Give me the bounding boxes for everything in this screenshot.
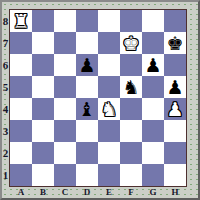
- square-f4[interactable]: [120, 98, 142, 120]
- square-f3[interactable]: [120, 120, 142, 142]
- file-label-e: E: [98, 186, 120, 198]
- square-d2[interactable]: [76, 142, 98, 164]
- square-b1[interactable]: [32, 164, 54, 186]
- file-label-g: G: [142, 186, 164, 198]
- square-h3[interactable]: [164, 120, 186, 142]
- rank-label-3: 3: [2, 120, 9, 142]
- square-b6[interactable]: [32, 54, 54, 76]
- rank-labels: 87654321: [2, 10, 9, 186]
- square-e2[interactable]: [98, 142, 120, 164]
- square-g5[interactable]: [142, 76, 164, 98]
- square-b4[interactable]: [32, 98, 54, 120]
- square-d1[interactable]: [76, 164, 98, 186]
- square-d8[interactable]: [76, 10, 98, 32]
- square-f1[interactable]: [120, 164, 142, 186]
- square-c3[interactable]: [54, 120, 76, 142]
- square-e6[interactable]: [98, 54, 120, 76]
- rank-label-5: 5: [2, 76, 9, 98]
- square-f6[interactable]: [120, 54, 142, 76]
- square-b7[interactable]: [32, 32, 54, 54]
- square-b3[interactable]: [32, 120, 54, 142]
- square-c5[interactable]: [54, 76, 76, 98]
- square-g1[interactable]: [142, 164, 164, 186]
- square-a2[interactable]: [10, 142, 32, 164]
- square-f8[interactable]: [120, 10, 142, 32]
- square-g4[interactable]: [142, 98, 164, 120]
- square-c2[interactable]: [54, 142, 76, 164]
- square-d4[interactable]: ♝: [76, 98, 98, 120]
- square-h7[interactable]: ♚: [164, 32, 186, 54]
- square-e8[interactable]: [98, 10, 120, 32]
- file-labels: ABCDEFGH: [10, 186, 186, 198]
- square-e3[interactable]: [98, 120, 120, 142]
- square-h8[interactable]: [164, 10, 186, 32]
- square-g6[interactable]: ♟: [142, 54, 164, 76]
- square-a3[interactable]: [10, 120, 32, 142]
- square-g8[interactable]: [142, 10, 164, 32]
- black-bishop[interactable]: ♝: [78, 98, 95, 120]
- white-rook[interactable]: ♜: [12, 10, 29, 32]
- square-d3[interactable]: [76, 120, 98, 142]
- rank-label-2: 2: [2, 142, 9, 164]
- black-pawn[interactable]: ♟: [166, 76, 183, 98]
- square-b2[interactable]: [32, 142, 54, 164]
- square-g2[interactable]: [142, 142, 164, 164]
- square-g3[interactable]: [142, 120, 164, 142]
- white-pawn[interactable]: ♟: [166, 98, 183, 120]
- square-g7[interactable]: [142, 32, 164, 54]
- square-c1[interactable]: [54, 164, 76, 186]
- square-h2[interactable]: [164, 142, 186, 164]
- square-a5[interactable]: [10, 76, 32, 98]
- square-d5[interactable]: [76, 76, 98, 98]
- board: ♜♚♚♟♟♞♟♝♞♟: [10, 10, 186, 186]
- square-h1[interactable]: [164, 164, 186, 186]
- black-pawn[interactable]: ♟: [144, 54, 161, 76]
- black-pawn[interactable]: ♟: [78, 54, 95, 76]
- square-c4[interactable]: [54, 98, 76, 120]
- square-e4[interactable]: ♞: [98, 98, 120, 120]
- rank-label-4: 4: [2, 98, 9, 120]
- square-a1[interactable]: [10, 164, 32, 186]
- white-knight[interactable]: ♞: [100, 98, 117, 120]
- file-label-b: B: [32, 186, 54, 198]
- square-a4[interactable]: [10, 98, 32, 120]
- file-label-d: D: [76, 186, 98, 198]
- white-king[interactable]: ♚: [122, 32, 139, 54]
- file-label-h: H: [164, 186, 186, 198]
- square-h5[interactable]: ♟: [164, 76, 186, 98]
- square-a8[interactable]: ♜: [10, 10, 32, 32]
- square-c8[interactable]: [54, 10, 76, 32]
- black-knight[interactable]: ♞: [122, 76, 139, 98]
- square-c7[interactable]: [54, 32, 76, 54]
- rank-label-8: 8: [2, 10, 9, 32]
- square-e5[interactable]: [98, 76, 120, 98]
- square-h6[interactable]: [164, 54, 186, 76]
- square-d7[interactable]: [76, 32, 98, 54]
- rank-label-1: 1: [2, 164, 9, 186]
- black-king[interactable]: ♚: [166, 32, 183, 54]
- file-label-a: A: [10, 186, 32, 198]
- square-h4[interactable]: ♟: [164, 98, 186, 120]
- rank-label-7: 7: [2, 32, 9, 54]
- rank-label-6: 6: [2, 54, 9, 76]
- chess-app-window: 87654321 ABCDEFGH ♜♚♚♟♟♞♟♝♞♟: [0, 0, 200, 200]
- square-b8[interactable]: [32, 10, 54, 32]
- square-d6[interactable]: ♟: [76, 54, 98, 76]
- file-label-c: C: [54, 186, 76, 198]
- file-label-f: F: [120, 186, 142, 198]
- square-f7[interactable]: ♚: [120, 32, 142, 54]
- square-f2[interactable]: [120, 142, 142, 164]
- square-a6[interactable]: [10, 54, 32, 76]
- square-f5[interactable]: ♞: [120, 76, 142, 98]
- square-c6[interactable]: [54, 54, 76, 76]
- square-a7[interactable]: [10, 32, 32, 54]
- square-e7[interactable]: [98, 32, 120, 54]
- square-b5[interactable]: [32, 76, 54, 98]
- board-frame: ♜♚♚♟♟♞♟♝♞♟: [9, 9, 187, 187]
- square-e1[interactable]: [98, 164, 120, 186]
